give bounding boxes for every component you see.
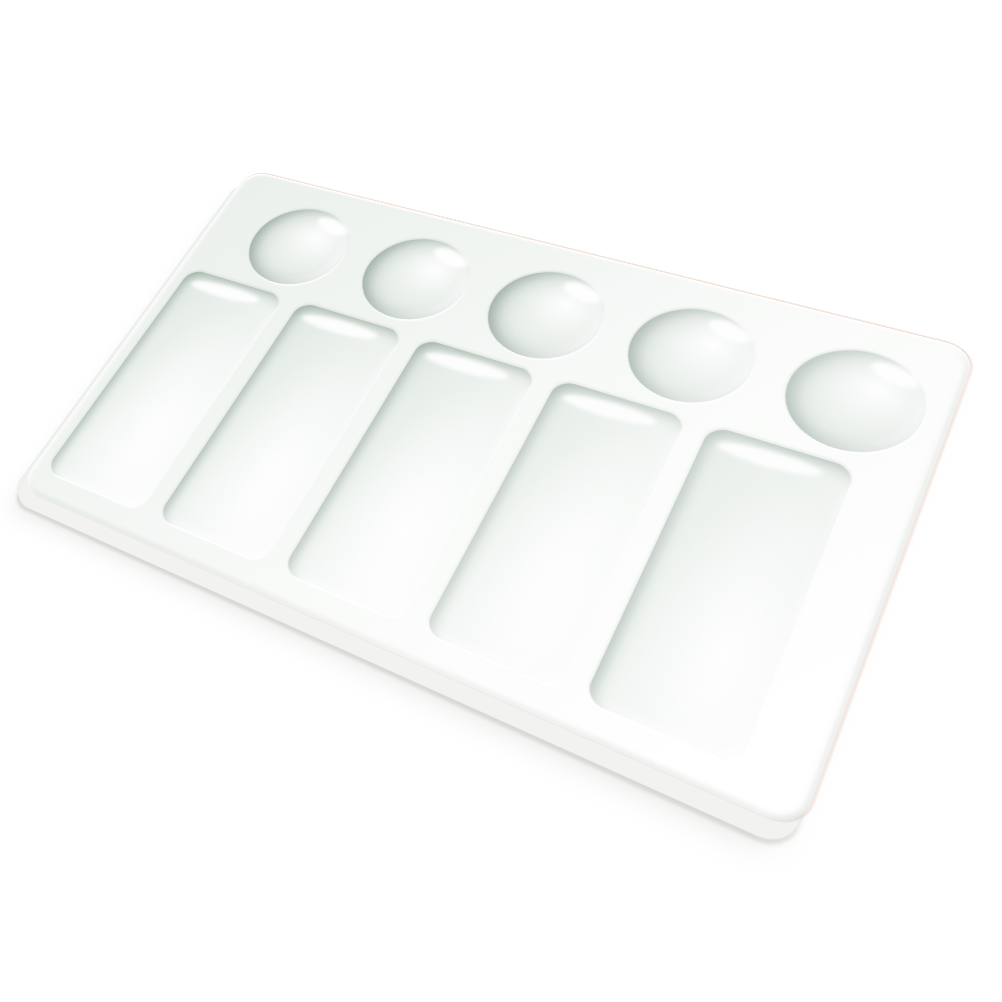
round-well-5 xyxy=(768,337,941,469)
round-well-1 xyxy=(231,200,365,295)
palette-tray xyxy=(18,170,977,832)
round-well-4 xyxy=(610,297,772,417)
round-well-3 xyxy=(470,261,622,372)
product-photo-background xyxy=(0,0,1002,1002)
round-well-2 xyxy=(344,229,487,331)
